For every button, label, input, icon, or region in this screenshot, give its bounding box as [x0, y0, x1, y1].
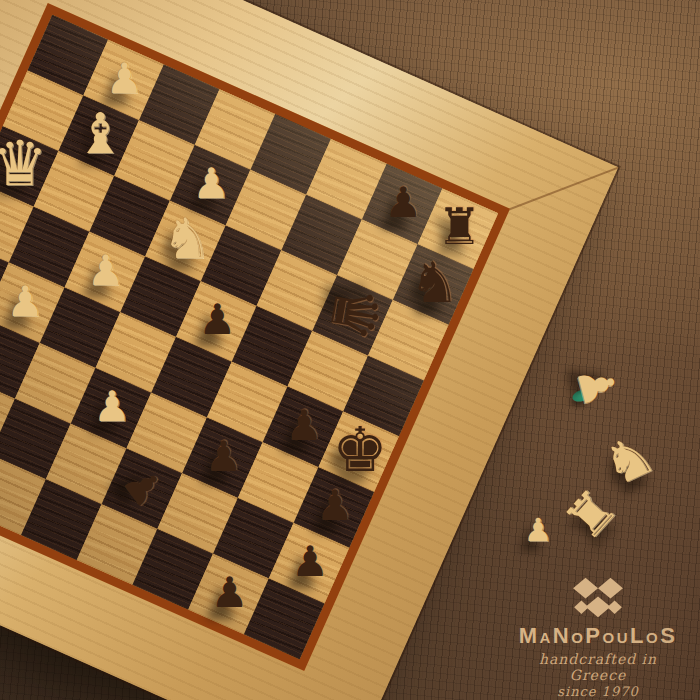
brand-name: MaNoPouLoS	[512, 623, 684, 649]
white-queen-a6: ♛	[0, 133, 47, 195]
playing-area: ♟♝♛♟♞♟♟♟♟♜♞♛♟♟♚♟♟♟♟♟	[0, 3, 510, 671]
white-pawn-c5: ♟	[87, 249, 125, 291]
black-pawn-h2: ♟	[291, 540, 329, 582]
black-king-h4: ♚	[332, 418, 388, 480]
off-board-white-pawn: ♟	[569, 360, 624, 412]
black-pawn-g4: ♟	[285, 404, 323, 446]
white-pawn-d3: ♟	[93, 385, 131, 427]
frame-miter-joint	[497, 167, 618, 215]
white-pawn-d7: ♟	[192, 162, 230, 204]
brand-tagline: handcrafted in Greece	[512, 651, 684, 683]
white-knight-d6: ♞	[161, 210, 211, 266]
white-bishop-b7: ♝	[75, 105, 125, 161]
off-board-white-knight: ♞	[594, 424, 663, 496]
off-board-white-pawn: ♟	[524, 514, 553, 546]
brand-logo: MaNoPouLoS handcrafted in Greece since 1…	[512, 577, 684, 699]
black-pawn-g1: ♟	[211, 571, 249, 613]
brand-mark-icon	[571, 577, 625, 619]
black-rook-h8: ♜	[436, 202, 481, 252]
product-photo-stage: ♟♝♛♟♞♟♟♟♟♜♞♛♟♟♚♟♟♟♟♟ MaNoPouLoS handcraf…	[0, 0, 700, 700]
black-knight-h7: ♞	[409, 254, 459, 310]
black-pawn-g8: ♟	[384, 181, 422, 223]
black-pawn-h3: ♟	[316, 485, 354, 527]
black-queen-g6: ♛	[318, 280, 389, 346]
black-pawn-f3: ♟	[204, 435, 242, 477]
white-pawn-b4: ♟	[6, 280, 44, 322]
white-pawn-b8: ♟	[106, 57, 144, 99]
black-pawn-e5: ♟	[198, 299, 236, 341]
brand-since: since 1970	[512, 684, 684, 699]
